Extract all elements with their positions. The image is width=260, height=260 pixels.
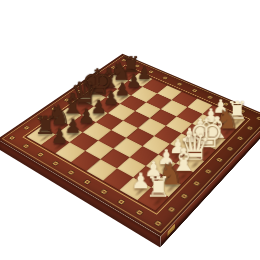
chess-set-product-photo: ♜♞♝♛♚♝♞♜♟♟♟♟♟♟♟♟♟♟♟♟♟♟♟♟♜♞♝♛♚♝♞♜ <box>0 0 260 260</box>
square-c5 <box>98 130 126 148</box>
piece-black-pawn: ♟ <box>51 126 69 146</box>
piece-white-rook: ♜ <box>145 173 171 202</box>
square-f4 <box>150 109 177 126</box>
square-a5 <box>71 151 101 171</box>
scene: ♜♞♝♛♚♝♞♜♟♟♟♟♟♟♟♟♟♟♟♟♟♟♟♟♜♞♝♛♚♝♞♜ <box>0 0 260 260</box>
brass-clasp <box>167 224 175 237</box>
